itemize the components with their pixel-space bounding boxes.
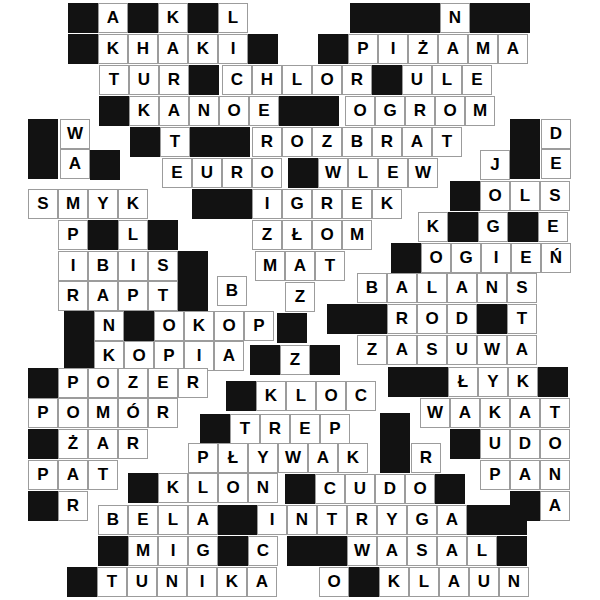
- letter-cell-N[interactable]: N: [440, 3, 470, 33]
- letter-cell-T[interactable]: T: [230, 414, 260, 444]
- letter-cell-E[interactable]: E: [342, 189, 372, 219]
- black-cell: [357, 304, 387, 334]
- letter-cell-A[interactable]: A: [98, 3, 128, 33]
- letter-cell-O[interactable]: O: [405, 474, 435, 504]
- letter-cell-K[interactable]: K: [98, 34, 128, 64]
- letter-cell-A[interactable]: A: [58, 460, 88, 490]
- letter-cell-A[interactable]: A: [437, 505, 467, 535]
- letter-cell-U[interactable]: U: [127, 567, 157, 597]
- letter-cell-T[interactable]: T: [507, 304, 537, 334]
- letter-cell-A[interactable]: A: [510, 398, 540, 428]
- letter-cell-L[interactable]: L: [348, 158, 378, 188]
- letter-cell-A[interactable]: A: [510, 460, 540, 490]
- letter-cell-P[interactable]: P: [28, 460, 58, 490]
- letter-cell-O[interactable]: O: [421, 243, 451, 273]
- letter-cell-D[interactable]: D: [541, 119, 571, 149]
- letter-cell-I[interactable]: I: [58, 251, 88, 281]
- black-cell: [99, 96, 129, 126]
- letter-cell-N[interactable]: N: [499, 567, 529, 597]
- letter-cell-S[interactable]: S: [507, 273, 537, 303]
- letter-cell-P[interactable]: P: [348, 34, 378, 64]
- letter-cell-D[interactable]: D: [375, 474, 405, 504]
- letter-cell-K[interactable]: K: [338, 443, 368, 473]
- letter-cell-I[interactable]: I: [118, 251, 148, 281]
- letter-cell-L[interactable]: L: [218, 3, 248, 33]
- letter-cell-J[interactable]: J: [480, 150, 510, 180]
- black-cell: [88, 220, 118, 250]
- black-cell: [388, 367, 418, 397]
- letter-cell-O[interactable]: O: [282, 127, 312, 157]
- letter-cell-E[interactable]: E: [162, 158, 192, 188]
- black-cell: [287, 536, 317, 566]
- letter-cell-E[interactable]: E: [541, 149, 571, 179]
- black-cell: [497, 505, 527, 535]
- letter-cell-O[interactable]: O: [345, 96, 375, 126]
- letter-cell-E[interactable]: E: [378, 158, 408, 188]
- letter-cell-S[interactable]: S: [148, 251, 178, 281]
- letter-cell-R[interactable]: R: [178, 368, 208, 398]
- letter-cell-L[interactable]: L: [286, 381, 316, 411]
- black-cell: [98, 536, 128, 566]
- letter-cell-Z[interactable]: Z: [118, 368, 148, 398]
- letter-cell-P[interactable]: P: [154, 341, 184, 371]
- letter-cell-D[interactable]: D: [447, 304, 477, 334]
- black-cell: [178, 251, 208, 281]
- black-cell: [510, 119, 540, 149]
- letter-cell-D[interactable]: D: [510, 429, 540, 459]
- letter-cell-C[interactable]: C: [222, 65, 252, 95]
- black-cell: [200, 414, 230, 444]
- letter-cell-N[interactable]: N: [189, 96, 219, 126]
- letter-cell-B[interactable]: B: [357, 273, 387, 303]
- letter-cell-O[interactable]: O: [214, 311, 244, 341]
- letter-cell-G[interactable]: G: [407, 505, 437, 535]
- letter-cell-G[interactable]: G: [375, 96, 405, 126]
- letter-cell-U[interactable]: U: [345, 474, 375, 504]
- black-cell: [28, 491, 58, 521]
- letter-cell-T[interactable]: T: [315, 251, 345, 281]
- black-cell: [192, 189, 222, 219]
- black-cell: [277, 313, 307, 343]
- black-cell: [318, 34, 348, 64]
- black-cell: [500, 3, 530, 33]
- letter-cell-A[interactable]: A: [88, 429, 118, 459]
- letter-cell-T[interactable]: T: [317, 505, 347, 535]
- letter-cell-Ż[interactable]: Ż: [408, 34, 438, 64]
- black-cell: [227, 505, 257, 535]
- letter-cell-L[interactable]: L: [118, 220, 148, 250]
- black-cell: [450, 181, 480, 211]
- letter-cell-O[interactable]: O: [480, 181, 510, 211]
- letter-cell-R[interactable]: R: [347, 505, 377, 535]
- letter-cell-O[interactable]: O: [312, 65, 342, 95]
- letter-cell-T[interactable]: T: [148, 281, 178, 311]
- letter-cell-Y[interactable]: Y: [478, 367, 508, 397]
- letter-cell-Ń[interactable]: Ń: [541, 243, 571, 273]
- black-cell: [285, 474, 315, 504]
- letter-cell-H[interactable]: H: [252, 65, 282, 95]
- black-cell: [90, 150, 120, 180]
- letter-cell-O[interactable]: O: [124, 341, 154, 371]
- letter-cell-M[interactable]: M: [342, 220, 372, 250]
- black-cell: [327, 304, 357, 334]
- letter-cell-L[interactable]: L: [417, 273, 447, 303]
- letter-cell-O[interactable]: O: [219, 96, 249, 126]
- black-cell: [28, 368, 58, 398]
- letter-cell-M[interactable]: M: [465, 96, 495, 126]
- black-cell: [470, 3, 500, 33]
- letter-cell-M[interactable]: M: [255, 251, 285, 281]
- letter-cell-K[interactable]: K: [217, 567, 247, 597]
- letter-cell-W[interactable]: W: [420, 398, 450, 428]
- letter-cell-O[interactable]: O: [154, 311, 184, 341]
- black-cell: [128, 3, 158, 33]
- letter-cell-O[interactable]: O: [252, 158, 282, 188]
- letter-cell-R[interactable]: R: [58, 491, 88, 521]
- black-cell: [189, 65, 219, 95]
- letter-cell-A[interactable]: A: [450, 398, 480, 428]
- letter-cell-U[interactable]: U: [480, 429, 510, 459]
- letter-cell-T[interactable]: T: [99, 65, 129, 95]
- letter-cell-A[interactable]: A: [439, 567, 469, 597]
- letter-cell-K[interactable]: K: [256, 381, 286, 411]
- letter-cell-K[interactable]: K: [118, 189, 148, 219]
- black-cell: [190, 127, 220, 157]
- letter-cell-R[interactable]: R: [411, 443, 441, 473]
- black-cell: [448, 212, 478, 242]
- letter-cell-Ł[interactable]: Ł: [218, 443, 248, 473]
- letter-cell-G[interactable]: G: [188, 536, 218, 566]
- letter-cell-B[interactable]: B: [88, 251, 118, 281]
- letter-cell-A[interactable]: A: [188, 505, 218, 535]
- letter-cell-P[interactable]: P: [58, 368, 88, 398]
- letter-cell-P[interactable]: P: [188, 443, 218, 473]
- black-cell: [497, 536, 527, 566]
- black-cell: [279, 96, 309, 126]
- black-cell: [317, 536, 347, 566]
- letter-cell-A[interactable]: A: [158, 34, 188, 64]
- letter-cell-W[interactable]: W: [408, 158, 438, 188]
- letter-cell-E[interactable]: E: [128, 505, 158, 535]
- letter-cell-K[interactable]: K: [94, 341, 124, 371]
- letter-cell-P[interactable]: P: [244, 311, 274, 341]
- letter-cell-R[interactable]: R: [312, 189, 342, 219]
- letter-cell-C[interactable]: C: [248, 536, 278, 566]
- black-cell: [310, 345, 340, 375]
- letter-cell-A[interactable]: A: [247, 567, 277, 597]
- letter-cell-E[interactable]: E: [290, 414, 320, 444]
- black-cell: [220, 127, 250, 157]
- letter-cell-B[interactable]: B: [217, 276, 247, 306]
- letter-cell-T[interactable]: T: [432, 127, 462, 157]
- letter-cell-Z[interactable]: Z: [312, 127, 342, 157]
- letter-cell-O[interactable]: O: [88, 368, 118, 398]
- black-cell: [226, 381, 256, 411]
- black-cell: [309, 96, 339, 126]
- letter-cell-A[interactable]: A: [88, 281, 118, 311]
- letter-cell-N[interactable]: N: [248, 473, 278, 503]
- letter-cell-C[interactable]: C: [346, 381, 376, 411]
- letter-cell-I[interactable]: I: [184, 341, 214, 371]
- letter-cell-E[interactable]: E: [462, 65, 492, 95]
- letter-cell-C[interactable]: C: [315, 474, 345, 504]
- letter-cell-G[interactable]: G: [478, 212, 508, 242]
- letter-cell-L[interactable]: L: [188, 473, 218, 503]
- letter-cell-K[interactable]: K: [480, 398, 510, 428]
- letter-cell-S[interactable]: S: [540, 181, 570, 211]
- letter-cell-N[interactable]: N: [157, 567, 187, 597]
- black-cell: [372, 65, 402, 95]
- black-cell: [510, 149, 540, 179]
- letter-cell-O[interactable]: O: [435, 96, 465, 126]
- black-cell: [418, 367, 448, 397]
- letter-cell-U[interactable]: U: [469, 567, 499, 597]
- letter-cell-K[interactable]: K: [418, 212, 448, 242]
- letter-cell-L[interactable]: L: [510, 181, 540, 211]
- letter-cell-Z[interactable]: Z: [280, 345, 310, 375]
- black-cell: [380, 413, 410, 443]
- letter-cell-K[interactable]: K: [158, 473, 188, 503]
- black-cell: [288, 158, 318, 188]
- letter-cell-A[interactable]: A: [438, 34, 468, 64]
- letter-cell-U[interactable]: U: [447, 335, 477, 365]
- letter-cell-S[interactable]: S: [28, 189, 58, 219]
- letter-cell-S[interactable]: S: [407, 536, 437, 566]
- letter-cell-E[interactable]: E: [511, 243, 541, 273]
- black-cell: [350, 3, 380, 33]
- letter-cell-N[interactable]: N: [477, 273, 507, 303]
- letter-cell-O[interactable]: O: [417, 304, 447, 334]
- letter-cell-I[interactable]: I: [378, 34, 408, 64]
- letter-cell-Z[interactable]: Z: [252, 220, 282, 250]
- black-cell: [218, 536, 248, 566]
- black-cell: [64, 311, 94, 341]
- letter-cell-R[interactable]: R: [387, 304, 417, 334]
- letter-cell-L[interactable]: L: [282, 65, 312, 95]
- letter-cell-I[interactable]: I: [187, 567, 217, 597]
- crossword-board: AKLNKHAKIPIŻAMATURCHLORULEKANOEOGROMWATR…: [0, 0, 600, 600]
- black-cell: [68, 34, 98, 64]
- letter-cell-Y[interactable]: Y: [88, 189, 118, 219]
- black-cell: [538, 367, 568, 397]
- letter-cell-W[interactable]: W: [60, 119, 90, 149]
- black-cell: [128, 473, 158, 503]
- letter-cell-W[interactable]: W: [318, 158, 348, 188]
- letter-cell-R[interactable]: R: [148, 398, 178, 428]
- black-cell: [188, 3, 218, 33]
- letter-cell-R[interactable]: R: [372, 127, 402, 157]
- letter-cell-N[interactable]: N: [540, 460, 570, 490]
- black-cell: [28, 149, 58, 179]
- black-cell: [130, 127, 160, 157]
- letter-cell-A[interactable]: A: [285, 251, 315, 281]
- letter-cell-K[interactable]: K: [379, 567, 409, 597]
- letter-cell-K[interactable]: K: [184, 311, 214, 341]
- letter-cell-P[interactable]: P: [118, 281, 148, 311]
- letter-cell-L[interactable]: L: [158, 505, 188, 535]
- letter-cell-U[interactable]: U: [129, 65, 159, 95]
- letter-cell-I[interactable]: I: [481, 243, 511, 273]
- black-cell: [450, 429, 480, 459]
- letter-cell-L[interactable]: L: [432, 65, 462, 95]
- letter-cell-G[interactable]: G: [451, 243, 481, 273]
- letter-cell-R[interactable]: R: [159, 65, 189, 95]
- letter-cell-K[interactable]: K: [372, 189, 402, 219]
- letter-cell-E[interactable]: E: [249, 96, 279, 126]
- letter-cell-T[interactable]: T: [160, 127, 190, 157]
- letter-cell-R[interactable]: R: [342, 65, 372, 95]
- black-cell: [349, 567, 379, 597]
- letter-cell-Z[interactable]: Z: [357, 335, 387, 365]
- letter-cell-I[interactable]: I: [218, 34, 248, 64]
- letter-cell-M[interactable]: M: [58, 189, 88, 219]
- black-cell: [67, 567, 97, 597]
- letter-cell-U[interactable]: U: [192, 158, 222, 188]
- letter-cell-P[interactable]: P: [58, 220, 88, 250]
- black-cell: [467, 505, 497, 535]
- letter-cell-Ż[interactable]: Ż: [58, 429, 88, 459]
- letter-cell-T[interactable]: T: [97, 567, 127, 597]
- letter-cell-T[interactable]: T: [88, 460, 118, 490]
- letter-cell-R[interactable]: R: [260, 414, 290, 444]
- letter-cell-P[interactable]: P: [28, 398, 58, 428]
- letter-cell-A[interactable]: A: [159, 96, 189, 126]
- letter-cell-Y[interactable]: Y: [377, 505, 407, 535]
- letter-cell-O[interactable]: O: [319, 567, 349, 597]
- letter-cell-A[interactable]: A: [437, 536, 467, 566]
- letter-cell-R[interactable]: R: [58, 281, 88, 311]
- letter-cell-K[interactable]: K: [129, 96, 159, 126]
- letter-cell-R[interactable]: R: [118, 429, 148, 459]
- letter-cell-P[interactable]: P: [480, 460, 510, 490]
- black-cell: [222, 189, 252, 219]
- letter-cell-A[interactable]: A: [402, 127, 432, 157]
- letter-cell-A[interactable]: A: [540, 491, 570, 521]
- letter-cell-L[interactable]: L: [409, 567, 439, 597]
- letter-cell-O[interactable]: O: [218, 473, 248, 503]
- letter-cell-A[interactable]: A: [60, 149, 90, 179]
- letter-cell-I[interactable]: I: [252, 189, 282, 219]
- letter-cell-L[interactable]: L: [467, 536, 497, 566]
- letter-cell-Z[interactable]: Z: [285, 282, 315, 312]
- letter-cell-A[interactable]: A: [498, 34, 528, 64]
- letter-cell-O[interactable]: O: [316, 381, 346, 411]
- letter-cell-P[interactable]: P: [320, 414, 350, 444]
- letter-cell-O[interactable]: O: [58, 398, 88, 428]
- letter-cell-K[interactable]: K: [188, 34, 218, 64]
- letter-cell-Ł[interactable]: Ł: [448, 367, 478, 397]
- letter-cell-W[interactable]: W: [278, 443, 308, 473]
- black-cell: [68, 3, 98, 33]
- black-cell: [410, 3, 440, 33]
- letter-cell-W[interactable]: W: [347, 536, 377, 566]
- letter-cell-A[interactable]: A: [387, 273, 417, 303]
- black-cell: [391, 243, 421, 273]
- letter-cell-W[interactable]: W: [477, 335, 507, 365]
- letter-cell-Ł[interactable]: Ł: [282, 220, 312, 250]
- letter-cell-I[interactable]: I: [257, 505, 287, 535]
- black-cell: [250, 345, 280, 375]
- black-cell: [477, 304, 507, 334]
- letter-cell-S[interactable]: S: [417, 335, 447, 365]
- letter-cell-Y[interactable]: Y: [248, 443, 278, 473]
- letter-cell-O[interactable]: O: [312, 220, 342, 250]
- black-cell: [148, 220, 178, 250]
- letter-cell-M[interactable]: M: [88, 398, 118, 428]
- letter-cell-A[interactable]: A: [214, 341, 244, 371]
- black-cell: [248, 34, 278, 64]
- letter-cell-K[interactable]: K: [158, 3, 188, 33]
- letter-cell-N[interactable]: N: [287, 505, 317, 535]
- black-cell: [64, 341, 94, 371]
- letter-cell-H[interactable]: H: [128, 34, 158, 64]
- letter-cell-M[interactable]: M: [128, 536, 158, 566]
- letter-cell-A[interactable]: A: [387, 335, 417, 365]
- letter-cell-I[interactable]: I: [158, 536, 188, 566]
- letter-cell-A[interactable]: A: [377, 536, 407, 566]
- letter-cell-A[interactable]: A: [447, 273, 477, 303]
- letter-cell-K[interactable]: K: [508, 367, 538, 397]
- letter-cell-R[interactable]: R: [222, 158, 252, 188]
- letter-cell-E[interactable]: E: [538, 212, 568, 242]
- letter-cell-G[interactable]: G: [282, 189, 312, 219]
- black-cell: [508, 212, 538, 242]
- black-cell: [28, 429, 58, 459]
- letter-cell-R[interactable]: R: [405, 96, 435, 126]
- letter-cell-M[interactable]: M: [468, 34, 498, 64]
- letter-cell-A[interactable]: A: [308, 443, 338, 473]
- black-cell: [380, 443, 410, 473]
- black-cell: [124, 311, 154, 341]
- letter-cell-R[interactable]: R: [252, 127, 282, 157]
- letter-cell-B[interactable]: B: [98, 505, 128, 535]
- black-cell: [178, 281, 208, 311]
- letter-cell-N[interactable]: N: [94, 311, 124, 341]
- letter-cell-Ó[interactable]: Ó: [118, 398, 148, 428]
- letter-cell-B[interactable]: B: [342, 127, 372, 157]
- black-cell: [28, 119, 58, 149]
- letter-cell-A[interactable]: A: [507, 335, 537, 365]
- letter-cell-E[interactable]: E: [148, 368, 178, 398]
- black-cell: [435, 474, 465, 504]
- letter-cell-T[interactable]: T: [540, 398, 570, 428]
- black-cell: [380, 3, 410, 33]
- letter-cell-U[interactable]: U: [402, 65, 432, 95]
- letter-cell-O[interactable]: O: [540, 429, 570, 459]
